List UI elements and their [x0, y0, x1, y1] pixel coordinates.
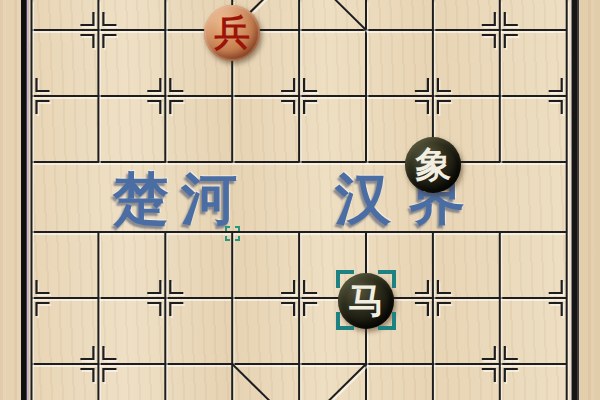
piece-black-elephant[interactable]: 象: [405, 137, 461, 193]
piece-red-soldier[interactable]: 兵: [204, 5, 260, 61]
piece-glyph: 马: [348, 273, 384, 329]
piece-black-horse[interactable]: 马: [338, 273, 394, 329]
piece-glyph: 兵: [214, 5, 250, 61]
piece-glyph: 象: [415, 137, 451, 193]
board-grid: [0, 0, 600, 400]
xiangqi-app: 楚河 汉界 兵象马: [0, 0, 600, 400]
